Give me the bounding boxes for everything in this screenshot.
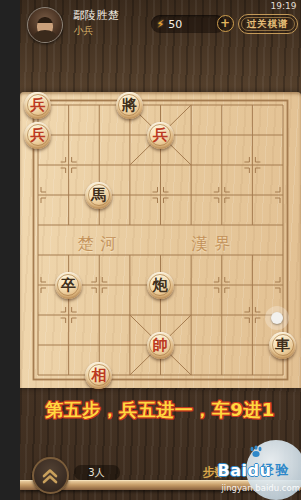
piece-black-chariot[interactable]: 車 bbox=[269, 332, 296, 359]
piece-glyph: 卒 bbox=[61, 278, 76, 293]
piece-glyph: 兵 bbox=[30, 98, 45, 113]
move-annotation: 第五步，兵五进一，车9进1 bbox=[20, 398, 301, 422]
baidu-url: jingyan.baidu.com bbox=[222, 483, 300, 493]
piece-black-general[interactable]: 將 bbox=[116, 92, 143, 119]
top-bar: 19:19 鄢陵胜楚 小兵 ⚡ 50 + 过关棋谱 bbox=[20, 0, 301, 50]
handle-dot-icon bbox=[271, 312, 283, 324]
piece-red-pawn[interactable]: 兵 bbox=[24, 122, 51, 149]
piece-grid[interactable]: 兵將兵兵馬卒炮帥車相 bbox=[22, 90, 298, 390]
energy-value: 50 bbox=[168, 18, 182, 31]
xiangqi-board[interactable]: 楚河 漢界 兵將兵兵馬卒炮帥車相 bbox=[20, 92, 301, 388]
floating-handle[interactable] bbox=[265, 306, 289, 330]
expand-button[interactable] bbox=[32, 457, 69, 494]
baidu-paw-icon bbox=[249, 445, 264, 459]
add-energy-button[interactable]: + bbox=[217, 15, 234, 32]
piece-glyph: 帥 bbox=[153, 338, 168, 353]
piece-glyph: 兵 bbox=[30, 128, 45, 143]
piece-glyph: 車 bbox=[275, 338, 290, 353]
player-info: 鄢陵胜楚 小兵 bbox=[74, 9, 120, 37]
kifu-button[interactable]: 过关棋谱 bbox=[238, 14, 298, 34]
piece-red-pawn[interactable]: 兵 bbox=[24, 92, 51, 119]
piece-glyph: 炮 bbox=[153, 278, 168, 293]
piece-black-cannon[interactable]: 炮 bbox=[147, 272, 174, 299]
piece-red-elephant[interactable]: 相 bbox=[85, 362, 112, 389]
piece-glyph: 將 bbox=[122, 98, 137, 113]
piece-glyph: 馬 bbox=[91, 188, 106, 203]
piece-black-horse[interactable]: 馬 bbox=[85, 182, 112, 209]
app-screen: 19:19 鄢陵胜楚 小兵 ⚡ 50 + 过关棋谱 楚河 漢界 兵將兵兵馬卒炮帥… bbox=[20, 0, 301, 500]
chevron-up-icon bbox=[41, 468, 59, 484]
system-time: 19:19 bbox=[271, 1, 297, 11]
baidu-watermark: 经验 Baidu jingyan.baidu.com bbox=[200, 440, 301, 500]
baidu-brand-text: Baidu bbox=[218, 461, 272, 480]
avatar[interactable] bbox=[27, 7, 63, 43]
piece-black-pawn[interactable]: 卒 bbox=[55, 272, 82, 299]
players-count-badge: 3人 bbox=[74, 465, 120, 480]
energy-pill: ⚡ 50 bbox=[151, 15, 225, 33]
piece-red-general[interactable]: 帥 bbox=[147, 332, 174, 359]
lightning-icon: ⚡ bbox=[157, 18, 165, 31]
piece-glyph: 相 bbox=[91, 368, 106, 383]
level-name: 鄢陵胜楚 bbox=[74, 9, 120, 23]
player-rank: 小兵 bbox=[74, 25, 120, 38]
kifu-button-label: 过关棋谱 bbox=[247, 18, 289, 31]
piece-glyph: 兵 bbox=[153, 128, 168, 143]
piece-red-pawn[interactable]: 兵 bbox=[147, 122, 174, 149]
